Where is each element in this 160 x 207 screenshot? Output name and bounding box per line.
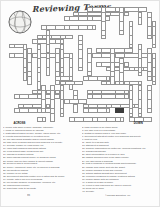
word-slot[interactable]	[119, 7, 124, 35]
word-slot[interactable]	[152, 53, 157, 85]
across-clue-list: 1. people with same religion, language, …	[3, 125, 80, 190]
word-slot[interactable]	[46, 53, 51, 76]
word-slot[interactable]	[87, 94, 128, 99]
word-slot[interactable]	[101, 7, 106, 39]
filled-cells	[115, 108, 124, 113]
word-slot[interactable]	[119, 58, 124, 86]
worksheet-page: Reviewing Terms ACROSS 1. people with sa…	[0, 0, 160, 207]
clue-line: 43. diversity	[82, 190, 159, 193]
word-slot[interactable]	[138, 44, 143, 76]
word-slot[interactable]	[147, 85, 152, 113]
word-slot[interactable]	[14, 108, 55, 113]
word-slot[interactable]	[83, 108, 111, 113]
crossword-grid[interactable]	[9, 7, 159, 123]
word-slot[interactable]	[78, 44, 83, 72]
word-slot[interactable]	[27, 48, 32, 85]
word-slot[interactable]	[152, 21, 157, 49]
across-clues-column: ACROSS 1. people with same religion, lan…	[3, 122, 80, 190]
page-number: 98	[27, 194, 51, 197]
word-slot[interactable]	[50, 85, 55, 122]
word-slot[interactable]	[41, 85, 46, 113]
word-slot[interactable]	[37, 44, 42, 90]
word-slot[interactable]	[138, 12, 143, 26]
word-slot[interactable]	[110, 48, 115, 85]
word-slot[interactable]	[129, 85, 134, 117]
clue-line: 39. main trade route to the south	[3, 187, 80, 190]
word-slot[interactable]	[87, 48, 92, 76]
down-clue-list: 2. trade member of an ethnic group3. one…	[82, 125, 159, 193]
word-slot[interactable]	[129, 21, 134, 49]
word-slot[interactable]	[138, 85, 143, 117]
down-clues-column: DOWN 2. trade member of an ethnic group3…	[82, 122, 159, 193]
word-slot[interactable]	[46, 30, 51, 53]
copyright-line: ©InspirEd Educators, Inc.	[105, 194, 158, 196]
